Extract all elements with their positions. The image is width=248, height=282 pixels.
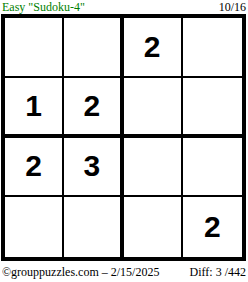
puzzle-page: Easy "Sudoku-4" 10/16 212232 ©grouppuzzl… (0, 0, 248, 282)
cell-r2c1: 1 (5, 78, 64, 138)
cell-r1c1[interactable] (5, 18, 64, 78)
page-counter: 10/16 (219, 1, 246, 14)
cell-r2c2: 2 (64, 78, 123, 138)
header: Easy "Sudoku-4" 10/16 (0, 0, 248, 14)
cell-r3c2: 3 (64, 138, 123, 198)
sudoku-board: 212232 (1, 14, 246, 261)
cell-r3c1: 2 (5, 138, 64, 198)
cell-r2c3[interactable] (124, 78, 183, 138)
footer: ©grouppuzzles.com – 2/15/2025 Diff: 3 /4… (0, 265, 248, 280)
cell-r1c2[interactable] (64, 18, 123, 78)
cell-r4c4: 2 (183, 197, 242, 257)
cell-r3c3[interactable] (124, 138, 183, 198)
puzzle-title: Easy "Sudoku-4" (2, 1, 85, 14)
cell-r3c4[interactable] (183, 138, 242, 198)
cell-r1c4[interactable] (183, 18, 242, 78)
cell-r4c2[interactable] (64, 197, 123, 257)
cell-r4c1[interactable] (5, 197, 64, 257)
cell-r2c4[interactable] (183, 78, 242, 138)
cell-r4c3[interactable] (124, 197, 183, 257)
copyright-text: ©grouppuzzles.com – 2/15/2025 (2, 265, 159, 280)
cell-r1c3: 2 (124, 18, 183, 78)
difficulty-text: Diff: 3 /442 (190, 265, 246, 280)
